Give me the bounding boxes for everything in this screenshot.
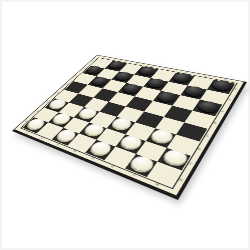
margin-number: 8: [176, 177, 185, 184]
margin-number: 7: [186, 161, 195, 167]
margin-number: 3: [218, 109, 226, 114]
margin-number: 3: [55, 142, 60, 146]
margin-number: 1: [25, 130, 30, 134]
margin-number: 8: [154, 182, 160, 188]
margin-number: 6: [195, 147, 204, 153]
checkers-board: 12345678 12345678 12345678 12345678: [12, 55, 247, 200]
margin-number: 6: [110, 164, 116, 169]
margin-number: 4: [211, 121, 219, 126]
margin-number: 5: [203, 133, 212, 138]
margin-number: 4: [72, 149, 77, 153]
margin-number: 5: [90, 156, 95, 161]
margin-number: 2: [225, 98, 233, 102]
board-grid: [22, 58, 235, 187]
board-photo: 12345678 12345678 12345678 12345678: [0, 0, 250, 250]
margin-number: 2: [40, 136, 45, 140]
margin-number: 7: [131, 172, 137, 177]
margin-number: 1: [232, 87, 240, 91]
board-shadow-wrap: 12345678 12345678 12345678 12345678: [0, 0, 250, 250]
